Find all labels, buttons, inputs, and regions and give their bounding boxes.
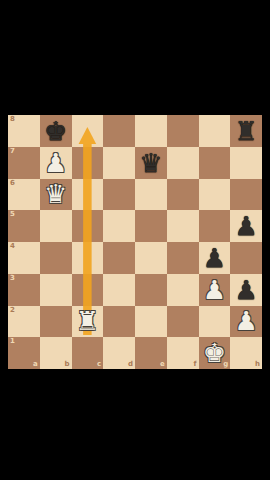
square-d3[interactable] xyxy=(103,274,135,306)
square-e3[interactable] xyxy=(135,274,167,306)
square-h3[interactable]: ♟ xyxy=(230,274,262,306)
square-g3[interactable]: ♟ xyxy=(199,274,231,306)
file-label-a: a xyxy=(33,361,38,368)
square-f4[interactable] xyxy=(167,242,199,274)
black-rook[interactable]: ♜ xyxy=(234,118,257,144)
square-d4[interactable] xyxy=(103,242,135,274)
square-a4[interactable]: 4 xyxy=(8,242,40,274)
black-king[interactable]: ♚ xyxy=(44,118,67,144)
square-c8[interactable] xyxy=(72,115,104,147)
app-background: { "game": "chess", "position": { "fen": … xyxy=(0,0,270,480)
square-b4[interactable] xyxy=(40,242,72,274)
square-d2[interactable] xyxy=(103,306,135,338)
square-e6[interactable] xyxy=(135,179,167,211)
white-rook[interactable]: ♜ xyxy=(76,308,99,334)
square-d8[interactable] xyxy=(103,115,135,147)
white-pawn[interactable]: ♟ xyxy=(44,150,67,176)
square-d5[interactable] xyxy=(103,210,135,242)
square-h1[interactable]: h xyxy=(230,337,262,369)
square-g6[interactable] xyxy=(199,179,231,211)
square-h8[interactable]: ♜ xyxy=(230,115,262,147)
square-g8[interactable] xyxy=(199,115,231,147)
square-a5[interactable]: 5 xyxy=(8,210,40,242)
square-c2[interactable]: ♜ xyxy=(72,306,104,338)
square-g7[interactable] xyxy=(199,147,231,179)
square-f1[interactable]: f xyxy=(167,337,199,369)
square-b7[interactable]: ♟ xyxy=(40,147,72,179)
square-a7[interactable]: 7 xyxy=(8,147,40,179)
square-c3[interactable] xyxy=(72,274,104,306)
square-h2[interactable]: ♟ xyxy=(230,306,262,338)
file-label-e: e xyxy=(160,361,165,368)
square-e7[interactable]: ♛ xyxy=(135,147,167,179)
rank-label-8: 8 xyxy=(10,116,15,123)
square-d1[interactable]: d xyxy=(103,337,135,369)
rank-label-4: 4 xyxy=(10,243,15,250)
black-pawn[interactable]: ♟ xyxy=(234,213,257,239)
white-queen[interactable]: ♛ xyxy=(44,181,67,207)
white-king[interactable]: ♚ xyxy=(203,340,226,366)
square-c1[interactable]: c xyxy=(72,337,104,369)
rank-label-2: 2 xyxy=(10,307,15,314)
square-f7[interactable] xyxy=(167,147,199,179)
square-e2[interactable] xyxy=(135,306,167,338)
rank-label-7: 7 xyxy=(10,148,15,155)
square-a3[interactable]: 3 xyxy=(8,274,40,306)
rank-label-6: 6 xyxy=(10,180,15,187)
square-f6[interactable] xyxy=(167,179,199,211)
square-a8[interactable]: 8 xyxy=(8,115,40,147)
square-e1[interactable]: e xyxy=(135,337,167,369)
square-a6[interactable]: 6 xyxy=(8,179,40,211)
rank-label-1: 1 xyxy=(10,338,15,345)
square-c7[interactable] xyxy=(72,147,104,179)
square-g5[interactable] xyxy=(199,210,231,242)
black-queen[interactable]: ♛ xyxy=(139,150,162,176)
square-b8[interactable]: ♚ xyxy=(40,115,72,147)
square-g1[interactable]: g♚ xyxy=(199,337,231,369)
rank-label-3: 3 xyxy=(10,275,15,282)
square-e5[interactable] xyxy=(135,210,167,242)
black-pawn[interactable]: ♟ xyxy=(234,277,257,303)
chess-board: 8♚♜7♟♛6♛5♟4♟3♟♟2♜♟1abcdefg♚h xyxy=(8,115,262,369)
white-pawn[interactable]: ♟ xyxy=(203,277,226,303)
white-pawn[interactable]: ♟ xyxy=(234,308,257,334)
square-b2[interactable] xyxy=(40,306,72,338)
square-d7[interactable] xyxy=(103,147,135,179)
square-f8[interactable] xyxy=(167,115,199,147)
square-g4[interactable]: ♟ xyxy=(199,242,231,274)
square-h5[interactable]: ♟ xyxy=(230,210,262,242)
square-b5[interactable] xyxy=(40,210,72,242)
file-label-c: c xyxy=(97,361,101,368)
square-h4[interactable] xyxy=(230,242,262,274)
square-a1[interactable]: 1a xyxy=(8,337,40,369)
file-label-h: h xyxy=(255,361,260,368)
file-label-b: b xyxy=(64,361,69,368)
square-b6[interactable]: ♛ xyxy=(40,179,72,211)
file-label-d: d xyxy=(128,361,133,368)
square-d6[interactable] xyxy=(103,179,135,211)
square-f5[interactable] xyxy=(167,210,199,242)
rank-label-5: 5 xyxy=(10,211,15,218)
square-f2[interactable] xyxy=(167,306,199,338)
square-b1[interactable]: b xyxy=(40,337,72,369)
file-label-f: f xyxy=(193,361,196,368)
square-e8[interactable] xyxy=(135,115,167,147)
square-c6[interactable] xyxy=(72,179,104,211)
square-e4[interactable] xyxy=(135,242,167,274)
square-g2[interactable] xyxy=(199,306,231,338)
square-c4[interactable] xyxy=(72,242,104,274)
square-a2[interactable]: 2 xyxy=(8,306,40,338)
square-c5[interactable] xyxy=(72,210,104,242)
square-f3[interactable] xyxy=(167,274,199,306)
square-h6[interactable] xyxy=(230,179,262,211)
square-h7[interactable] xyxy=(230,147,262,179)
black-pawn[interactable]: ♟ xyxy=(203,245,226,271)
square-b3[interactable] xyxy=(40,274,72,306)
